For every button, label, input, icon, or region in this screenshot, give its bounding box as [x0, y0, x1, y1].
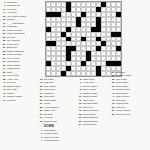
clue-text: "Dear old" guy: [116, 113, 149, 116]
down-clues-start: 1.Pub missile2.Horse morsel3.Gold, to Pe…: [38, 129, 75, 143]
crossword-grid[interactable]: [45, 1, 122, 77]
clue-entry: 4.Got tangled up: [38, 139, 75, 142]
down-clues-column-4: 31.That lady32.Roof overhang33.Lab vesse…: [110, 71, 149, 116]
clue-text: Got tangled up: [44, 139, 75, 142]
clue-text: Ran for office: [83, 123, 110, 126]
clue-column-2: 48.Oz visitor49.Golf goal52.Luau dance53…: [38, 78, 75, 143]
clue-text: Court divider: [44, 120, 75, 123]
clue-entry: 56."Dear old" guy: [110, 113, 149, 116]
clue-text: Not here: [7, 99, 37, 102]
across-clues-continued: 48.Oz visitor49.Golf goal52.Luau dance53…: [38, 78, 75, 123]
clue-entry: 62.Court divider: [38, 120, 75, 123]
across-clues-column: 1.Sketched5.Campus VIP11.Gym unit14.Arm …: [1, 1, 37, 102]
clue-entry: 47.Not here: [1, 99, 37, 102]
clue-entry: 24.Ran for office: [77, 123, 110, 126]
down-clues-column-3: 5.Soda flavor6.At any time7.Picnic crash…: [77, 78, 110, 127]
down-header: DOWN: [44, 124, 75, 128]
